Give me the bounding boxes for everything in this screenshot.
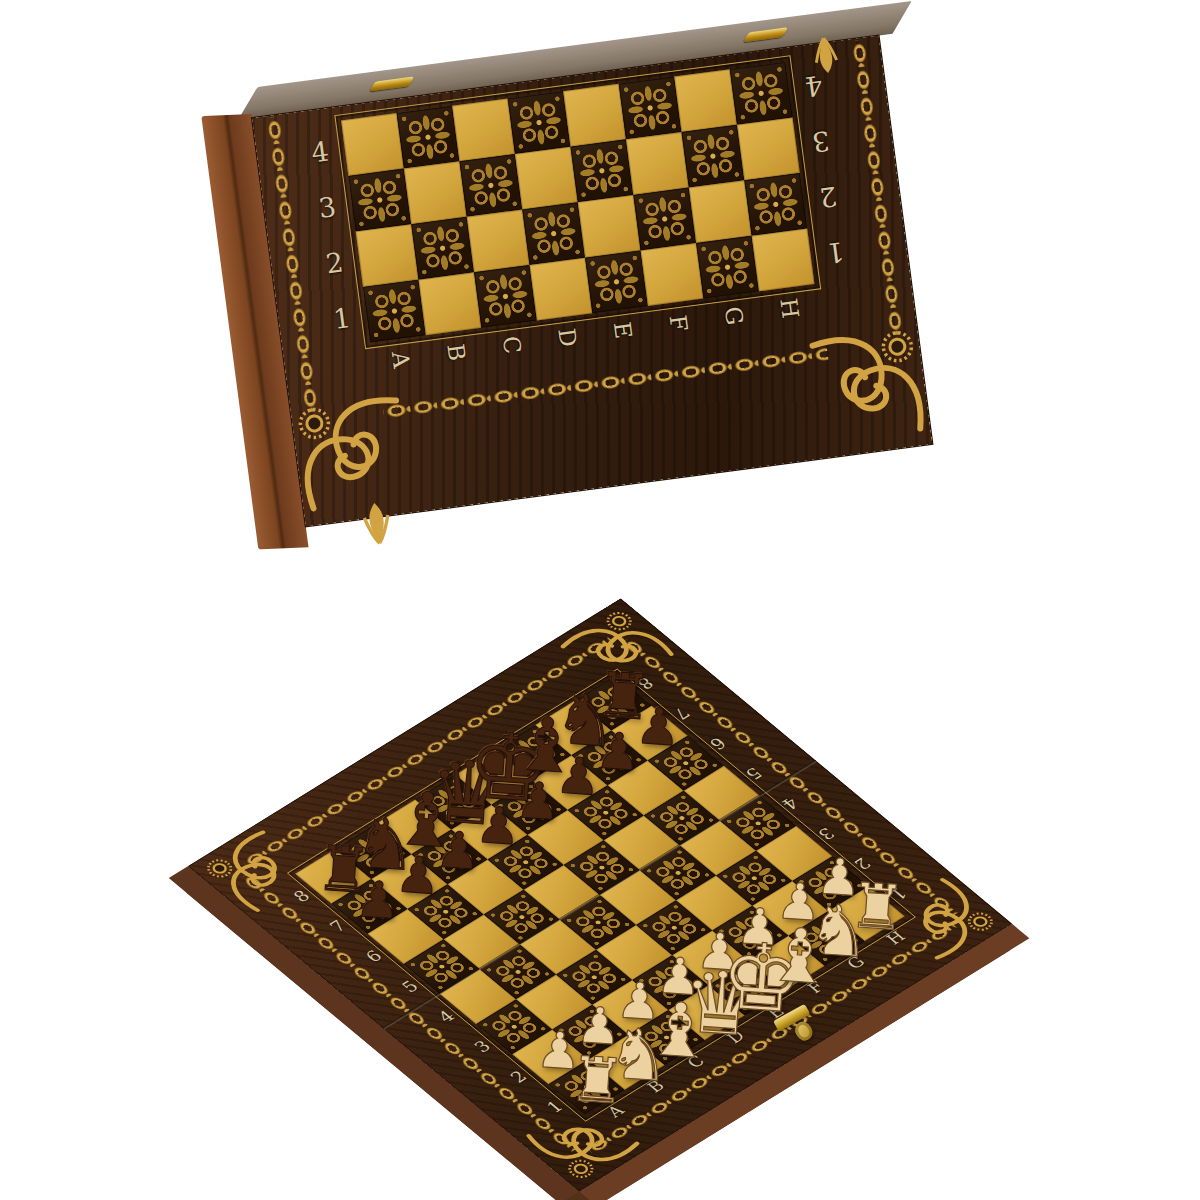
rank-label: 1 — [321, 288, 362, 348]
closed-box-face: 4321 4321 ABCDEFGH — [252, 36, 932, 527]
closed-square-a2 — [356, 224, 419, 287]
closed-square-b2 — [411, 217, 474, 280]
closed-square-g4 — [674, 69, 737, 132]
closed-square-b3 — [404, 161, 467, 224]
latch-hasp — [792, 1019, 815, 1043]
closed-square-d4 — [508, 91, 571, 154]
closed-square-d3 — [515, 147, 578, 210]
leaf-tassel-icon — [357, 499, 396, 547]
closed-square-b4 — [397, 106, 460, 169]
closed-box: 4321 4321 ABCDEFGH — [252, 36, 932, 527]
rank-label: 2 — [314, 232, 355, 292]
chain-inlay-right — [845, 39, 910, 340]
closed-square-a3 — [348, 169, 411, 232]
hinge-icon — [370, 76, 415, 91]
closed-square-g3 — [682, 125, 745, 188]
closed-square-d2 — [522, 202, 585, 265]
closed-square-f2 — [633, 188, 696, 251]
closed-square-e2 — [578, 195, 641, 258]
open-board: 87654321 87654321 ABCDEFGH ♜♞♝♛♚♝♞♜♟♟♟♟♟… — [188, 598, 1012, 1191]
corner-scroll-medallion — [802, 310, 938, 455]
hinge-icon — [743, 27, 788, 42]
piece-glyph: ♜ — [847, 876, 907, 939]
rank-label: 1 — [815, 223, 856, 283]
closed-square-h2 — [744, 173, 807, 236]
rank-label: 4 — [299, 121, 340, 181]
closed-square-a4 — [341, 113, 404, 176]
closed-square-f3 — [626, 132, 689, 195]
product-photo-stage: 4321 4321 ABCDEFGH 87654321 87654321 ABC… — [0, 0, 1200, 1200]
closed-square-e4 — [563, 84, 626, 147]
piece-glyph: ♟ — [634, 703, 682, 754]
rank-label: 3 — [800, 112, 841, 172]
closed-square-g2 — [689, 180, 752, 243]
closed-square-c2 — [467, 210, 530, 273]
closed-square-f4 — [619, 77, 682, 140]
tulip-accent-icon — [808, 35, 843, 77]
pieces-layer: ♜♞♝♛♚♝♞♜♟♟♟♟♟♟♟♟♟♟♟♟♟♟♟♟♜♞♝♛♚♝♞♜ — [188, 598, 1012, 1191]
closed-square-c3 — [459, 154, 522, 217]
closed-square-h4 — [730, 62, 793, 125]
rank-label: 2 — [808, 167, 849, 227]
closed-square-c4 — [452, 98, 515, 161]
rank-label: 3 — [307, 177, 348, 237]
closed-square-h3 — [737, 117, 800, 180]
closed-square-e3 — [570, 139, 633, 202]
